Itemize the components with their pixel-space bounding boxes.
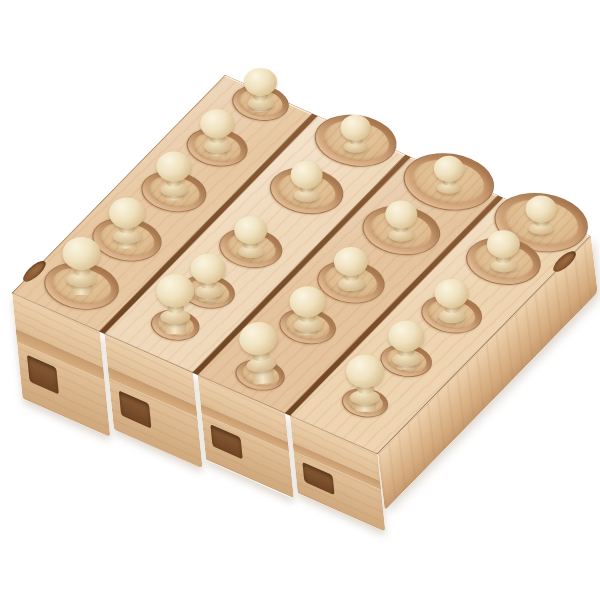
cylinder-knob-3-2[interactable] bbox=[385, 200, 417, 239]
cylinder-knob-1-1[interactable] bbox=[244, 68, 277, 112]
foot-notch bbox=[119, 391, 151, 429]
cylinder-knob-2-1[interactable] bbox=[341, 115, 371, 150]
knob-cap bbox=[244, 68, 277, 96]
foot-notch bbox=[211, 425, 243, 460]
knob-cap bbox=[388, 321, 424, 352]
cylinder-knob-3-3[interactable] bbox=[334, 247, 368, 291]
cylinder-knob-2-4[interactable] bbox=[191, 254, 226, 301]
knob-cap bbox=[346, 355, 384, 388]
knob-cap bbox=[341, 115, 371, 141]
cylinder-knob-1-2[interactable] bbox=[200, 109, 234, 156]
cylinder-knob-4-5[interactable] bbox=[346, 355, 384, 412]
knob-cap bbox=[63, 237, 101, 270]
cylinder-knob-2-2[interactable] bbox=[291, 161, 323, 200]
knob-cap bbox=[237, 320, 279, 357]
cylinder-knob-1-4[interactable] bbox=[109, 198, 145, 249]
cylinder-knob-3-4[interactable] bbox=[289, 286, 325, 335]
cylinder-knob-2-3[interactable] bbox=[235, 216, 268, 257]
knob-cap bbox=[200, 109, 234, 138]
knob-cap bbox=[334, 247, 368, 276]
foot-notch bbox=[27, 355, 60, 395]
cylinder-knob-3-1[interactable] bbox=[433, 156, 463, 191]
cylinder-knob-1-5[interactable] bbox=[63, 237, 101, 295]
foot-notch bbox=[303, 462, 335, 495]
product-photo-scene bbox=[0, 0, 600, 600]
cylinder-knob-4-1[interactable] bbox=[526, 196, 557, 232]
cylinder-knob-4-4[interactable] bbox=[388, 321, 424, 370]
knob-cap bbox=[109, 198, 145, 229]
knob-cap bbox=[156, 152, 191, 182]
cylinder-knob-4-2[interactable] bbox=[487, 230, 520, 270]
knob-cap bbox=[289, 286, 325, 317]
knob-cap bbox=[157, 274, 195, 307]
cylinder-knob-1-3[interactable] bbox=[156, 152, 191, 201]
cylinder-knob-2-5[interactable] bbox=[157, 274, 195, 334]
knob-cap bbox=[235, 216, 268, 244]
cylinder-knob-4-3[interactable] bbox=[435, 279, 469, 323]
knob-cap bbox=[191, 254, 226, 284]
knob-cap bbox=[435, 279, 469, 308]
knob-cap bbox=[526, 196, 557, 223]
knob-cap bbox=[385, 200, 417, 228]
cylinder-knob-3-5[interactable] bbox=[237, 320, 282, 386]
knob-cap bbox=[487, 230, 520, 258]
knob-cap bbox=[433, 156, 463, 182]
knob-cap bbox=[291, 161, 323, 189]
